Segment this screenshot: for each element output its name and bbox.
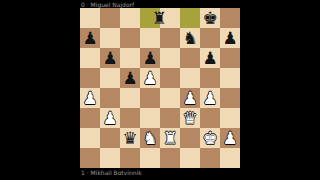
black-queen-c2: ♛ bbox=[120, 128, 140, 148]
square-c1 bbox=[120, 148, 140, 168]
square-b6: ♟ bbox=[100, 48, 120, 68]
square-e5 bbox=[160, 68, 180, 88]
square-g3 bbox=[200, 108, 220, 128]
square-h4 bbox=[220, 88, 240, 108]
square-f1 bbox=[180, 148, 200, 168]
black-pawn-c5: ♟ bbox=[120, 68, 140, 88]
square-d5: ♟ bbox=[140, 68, 160, 88]
black-pawn-b6: ♟ bbox=[100, 48, 120, 68]
square-e6 bbox=[160, 48, 180, 68]
square-c5: ♟ bbox=[120, 68, 140, 88]
square-c2: ♛ bbox=[120, 128, 140, 148]
square-e3 bbox=[160, 108, 180, 128]
bottom-player-label: 1 · Mikhail Botvinnik bbox=[80, 169, 142, 176]
black-pawn-h7: ♟ bbox=[220, 28, 240, 48]
square-g8: ♚ bbox=[200, 8, 220, 28]
square-g4: ♟ bbox=[200, 88, 220, 108]
square-e1 bbox=[160, 148, 180, 168]
square-a2 bbox=[80, 128, 100, 148]
square-e2: ♜ bbox=[160, 128, 180, 148]
square-c4 bbox=[120, 88, 140, 108]
square-b8 bbox=[100, 8, 120, 28]
black-pawn-d6: ♟ bbox=[140, 48, 160, 68]
top-player-label: 0 · Miguel Najdorf bbox=[80, 1, 134, 8]
video-frame: 0 · Miguel Najdorf ♜♚♟♞♟♟♟♟♟♟♟♟♟♟♛♛♞♜♚♟ … bbox=[0, 0, 320, 180]
square-a3 bbox=[80, 108, 100, 128]
white-pawn-g4: ♟ bbox=[200, 88, 220, 108]
square-f3: ♛ bbox=[180, 108, 200, 128]
white-pawn-f4: ♟ bbox=[180, 88, 200, 108]
square-d3 bbox=[140, 108, 160, 128]
square-d8: ♜ bbox=[140, 8, 160, 28]
square-h2: ♟ bbox=[220, 128, 240, 148]
square-f5 bbox=[180, 68, 200, 88]
square-f6 bbox=[180, 48, 200, 68]
square-g2: ♚ bbox=[200, 128, 220, 148]
white-pawn-h2: ♟ bbox=[220, 128, 240, 148]
square-d2: ♞ bbox=[140, 128, 160, 148]
square-f8 bbox=[180, 8, 200, 28]
square-b2 bbox=[100, 128, 120, 148]
white-pawn-d5: ♟ bbox=[140, 68, 160, 88]
square-h8 bbox=[220, 8, 240, 28]
black-rook-d8: ♜ bbox=[149, 8, 169, 28]
square-f7: ♞ bbox=[180, 28, 200, 48]
square-d6: ♟ bbox=[140, 48, 160, 68]
white-pawn-a4: ♟ bbox=[80, 88, 100, 108]
square-h6 bbox=[220, 48, 240, 68]
bottom-player-bar: 1 · Mikhail Botvinnik bbox=[80, 168, 240, 180]
square-h1 bbox=[220, 148, 240, 168]
white-pawn-b3: ♟ bbox=[100, 108, 120, 128]
square-a7: ♟ bbox=[80, 28, 100, 48]
square-d4 bbox=[140, 88, 160, 108]
square-g7 bbox=[200, 28, 220, 48]
square-h7: ♟ bbox=[220, 28, 240, 48]
square-b4 bbox=[100, 88, 120, 108]
square-e7 bbox=[160, 28, 180, 48]
white-knight-d2: ♞ bbox=[140, 128, 160, 148]
square-b3: ♟ bbox=[100, 108, 120, 128]
white-king-g2: ♚ bbox=[200, 128, 220, 148]
square-c6 bbox=[120, 48, 140, 68]
square-f4: ♟ bbox=[180, 88, 200, 108]
square-b7 bbox=[100, 28, 120, 48]
square-a5 bbox=[80, 68, 100, 88]
square-a1 bbox=[80, 148, 100, 168]
square-f2 bbox=[180, 128, 200, 148]
square-a8 bbox=[80, 8, 100, 28]
top-player-bar: 0 · Miguel Najdorf bbox=[80, 0, 240, 8]
square-d7 bbox=[140, 28, 160, 48]
black-pawn-a7: ♟ bbox=[80, 28, 100, 48]
square-b1 bbox=[100, 148, 120, 168]
square-h5 bbox=[220, 68, 240, 88]
square-c7 bbox=[120, 28, 140, 48]
chess-board: ♜♚♟♞♟♟♟♟♟♟♟♟♟♟♛♛♞♜♚♟ bbox=[80, 8, 240, 168]
square-e4 bbox=[160, 88, 180, 108]
square-g1 bbox=[200, 148, 220, 168]
black-king-g8: ♚ bbox=[200, 8, 220, 28]
square-h3 bbox=[220, 108, 240, 128]
white-queen-f3: ♛ bbox=[180, 108, 200, 128]
square-c8 bbox=[120, 8, 140, 28]
square-c3 bbox=[120, 108, 140, 128]
black-pawn-g6: ♟ bbox=[200, 48, 220, 68]
square-a6 bbox=[80, 48, 100, 68]
square-g5 bbox=[200, 68, 220, 88]
white-rook-e2: ♜ bbox=[160, 128, 180, 148]
black-knight-f7: ♞ bbox=[180, 28, 200, 48]
square-g6: ♟ bbox=[200, 48, 220, 68]
square-b5 bbox=[100, 68, 120, 88]
square-d1 bbox=[140, 148, 160, 168]
square-a4: ♟ bbox=[80, 88, 100, 108]
